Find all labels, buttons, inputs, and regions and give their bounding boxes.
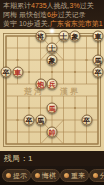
toolbar-button-重来[interactable]: 重来: [60, 169, 89, 182]
piece-red-馬[interactable]: 馬: [47, 103, 58, 114]
highlighted-stat: 6步: [47, 11, 58, 18]
toolbar-button-分享[interactable]: 分享: [89, 169, 104, 182]
undo-icon: [35, 173, 40, 178]
piece-red-車[interactable]: 車: [12, 67, 23, 78]
stat-text: 人挑战,: [47, 2, 70, 9]
stat-text: 阿梅 最快创造: [3, 11, 47, 18]
highlighted-stat: 4735: [31, 2, 47, 9]
piece-red-帥[interactable]: 帥: [47, 127, 58, 138]
endgame-number-label: 残局：1: [4, 154, 32, 163]
xiangqi-board[interactable]: 楚河 漢界 将士象車士象馬卒車卒炮兵馬卒馬卒帥: [0, 29, 104, 151]
piece-black-卒[interactable]: 卒: [24, 115, 35, 126]
share-icon: [93, 173, 98, 178]
piece-black-象[interactable]: 象: [70, 31, 81, 42]
toolbar-button-悔棋[interactable]: 悔棋: [31, 169, 60, 182]
piece-black-士[interactable]: 士: [47, 43, 58, 54]
piece-black-馬[interactable]: 馬: [35, 115, 46, 126]
piece-black-車[interactable]: 車: [93, 31, 104, 42]
piece-black-士[interactable]: 士: [58, 31, 69, 42]
toolbar-button-提示[interactable]: 提示: [2, 169, 31, 182]
sparkle-dot: [51, 30, 54, 33]
toolbar-button-label: 提示: [13, 171, 27, 181]
bottom-toolbar: 提示悔棋重来分享: [0, 166, 104, 185]
toolbar-button-label: 分享: [100, 171, 104, 181]
piece-black-将[interactable]: 将: [35, 31, 46, 42]
piece-black-卒[interactable]: 卒: [81, 115, 92, 126]
piece-red-炮[interactable]: 炮: [35, 79, 46, 90]
stat-text: 本期累计: [3, 2, 31, 9]
stats-line-total: 本期累计4735人挑战,3%过关: [3, 1, 104, 10]
river-label-right: 漢界: [60, 86, 80, 97]
toolbar-button-label: 悔棋: [42, 171, 56, 181]
highlighted-stat: 3%: [70, 2, 80, 9]
status-row: 残局：1: [0, 151, 104, 166]
hint-icon: [6, 173, 11, 178]
stats-line-record: 阿梅 最快创造6步过关记录: [3, 10, 104, 19]
piece-black-卒[interactable]: 卒: [93, 67, 104, 78]
piece-black-馬[interactable]: 馬: [93, 55, 104, 66]
stats-line-player: 黄宇 10步通关,广东省东莞市第1: [3, 19, 104, 28]
restart-icon: [64, 173, 69, 178]
piece-red-兵[interactable]: 兵: [47, 79, 58, 90]
toolbar-button-label: 重来: [71, 171, 85, 181]
stat-text: 黄宇 10步通关,: [3, 20, 50, 27]
challenge-stats-banner: 本期累计4735人挑战,3%过关 阿梅 最快创造6步过关记录 黄宇 10步通关,…: [0, 0, 104, 29]
piece-black-象[interactable]: 象: [47, 55, 58, 66]
highlighted-stat: 广东省东莞市第1: [50, 20, 103, 27]
stat-text: 过关记录: [58, 11, 86, 18]
stat-text: 过关: [80, 2, 94, 9]
piece-black-卒[interactable]: 卒: [1, 67, 12, 78]
